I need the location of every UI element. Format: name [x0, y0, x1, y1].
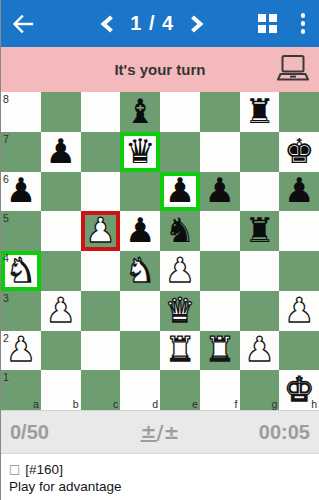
square-e4[interactable]: ♟: [160, 251, 200, 291]
rank-label-1: 1: [3, 372, 9, 383]
rank-label-7: 7: [3, 134, 9, 145]
square-e2[interactable]: ♜: [160, 331, 200, 371]
square-a2[interactable]: 2♟: [1, 331, 41, 371]
square-f8[interactable]: [200, 92, 240, 132]
square-d5[interactable]: ♟: [120, 211, 160, 251]
puzzle-counter: 1 / 4: [130, 12, 174, 35]
file-label-d: d: [152, 399, 158, 410]
next-puzzle-button[interactable]: [187, 12, 207, 36]
chess-board[interactable]: 8♝♜7♟♛♚6♟♟♟♟5♟♟♞♜4♞♞♟3♟♛♟2♟♜♜♟1abcdefgh♚: [1, 92, 319, 410]
eval-symbol-left: ±: [141, 422, 157, 442]
square-e3[interactable]: ♛: [160, 291, 200, 331]
square-e1[interactable]: e: [160, 370, 200, 410]
square-e7[interactable]: [160, 132, 200, 172]
piece-white-pawn[interactable]: ♟: [284, 293, 314, 327]
square-c7[interactable]: [81, 132, 121, 172]
piece-white-queen[interactable]: ♛: [165, 293, 195, 327]
square-e6[interactable]: ♟: [160, 172, 200, 212]
square-c1[interactable]: c: [81, 370, 121, 410]
previous-puzzle-button[interactable]: [97, 12, 117, 36]
puzzle-info: □ [#160] Play for advantage: [1, 454, 319, 496]
square-d6[interactable]: [120, 172, 160, 212]
rank-label-5: 5: [3, 213, 9, 224]
square-g8[interactable]: ♜: [240, 92, 280, 132]
square-f3[interactable]: [200, 291, 240, 331]
piece-white-pawn[interactable]: ♟: [85, 213, 115, 247]
chevron-right-icon: [190, 15, 204, 33]
square-b4[interactable]: [41, 251, 81, 291]
square-c4[interactable]: [81, 251, 121, 291]
grid-view-button[interactable]: [258, 14, 277, 33]
piece-white-pawn[interactable]: ♟: [244, 332, 274, 366]
grid-square: [258, 14, 266, 22]
square-g6[interactable]: [240, 172, 280, 212]
square-h3[interactable]: ♟: [279, 291, 319, 331]
top-app-bar: 1 / 4: [1, 0, 319, 47]
score-counter: 0/50: [10, 421, 49, 444]
piece-black-pawn[interactable]: ♟: [125, 213, 155, 247]
square-e8[interactable]: [160, 92, 200, 132]
piece-white-knight[interactable]: ♞: [6, 253, 36, 287]
file-label-g: g: [271, 399, 277, 410]
square-c6[interactable]: [81, 172, 121, 212]
rank-label-8: 8: [3, 94, 9, 105]
file-label-e: e: [192, 399, 198, 410]
computer-icon: [274, 53, 312, 85]
square-b6[interactable]: [41, 172, 81, 212]
piece-black-rook[interactable]: ♜: [244, 213, 274, 247]
square-h6[interactable]: ♟: [279, 172, 319, 212]
square-d2[interactable]: [120, 331, 160, 371]
piece-black-rook[interactable]: ♜: [244, 94, 274, 128]
piece-black-pawn[interactable]: ♟: [165, 173, 195, 207]
square-c8[interactable]: [81, 92, 121, 132]
square-d3[interactable]: [120, 291, 160, 331]
puzzle-navigation: 1 / 4: [47, 12, 258, 36]
square-f6[interactable]: ♟: [200, 172, 240, 212]
file-label-a: a: [33, 399, 39, 410]
turn-banner: It's your turn: [1, 47, 319, 92]
square-g1[interactable]: g: [240, 370, 280, 410]
topbar-actions: [258, 11, 310, 36]
square-b5[interactable]: [41, 211, 81, 251]
square-g4[interactable]: [240, 251, 280, 291]
square-g3[interactable]: [240, 291, 280, 331]
square-f2[interactable]: ♜: [200, 331, 240, 371]
square-c2[interactable]: [81, 331, 121, 371]
square-d1[interactable]: d: [120, 370, 160, 410]
square-b2[interactable]: [41, 331, 81, 371]
puzzle-goal: Play for advantage: [9, 478, 311, 496]
grid-square: [258, 25, 266, 33]
piece-white-rook[interactable]: ♜: [204, 332, 234, 366]
grid-square: [269, 14, 277, 22]
piece-black-pawn[interactable]: ♟: [45, 134, 75, 168]
piece-white-pawn[interactable]: ♟: [165, 253, 195, 287]
square-a8[interactable]: 8: [1, 92, 41, 132]
square-f7[interactable]: [200, 132, 240, 172]
chess-trainer-app: 1 / 4 It's your turn: [1, 0, 319, 500]
eval-separator: /: [157, 421, 164, 443]
square-c3[interactable]: [81, 291, 121, 331]
square-f1[interactable]: f: [200, 370, 240, 410]
square-c5[interactable]: ♟: [81, 211, 121, 251]
evaluation-goal: ± / ±: [141, 421, 180, 443]
square-h7[interactable]: ♚: [279, 132, 319, 172]
file-label-f: f: [235, 399, 238, 410]
square-h4[interactable]: [279, 251, 319, 291]
status-bar: 0/50 ± / ± 00:05: [1, 410, 319, 454]
piece-white-rook[interactable]: ♜: [165, 332, 195, 366]
piece-white-knight[interactable]: ♞: [125, 253, 155, 287]
square-f4[interactable]: [200, 251, 240, 291]
overflow-menu-button[interactable]: [299, 11, 308, 36]
dot: [301, 13, 306, 18]
square-a1[interactable]: 1a: [1, 370, 41, 410]
piece-black-pawn[interactable]: ♟: [204, 173, 234, 207]
square-g5[interactable]: ♜: [240, 211, 280, 251]
square-d8[interactable]: ♝: [120, 92, 160, 132]
turn-message: It's your turn: [114, 61, 205, 78]
square-a5[interactable]: 5: [1, 211, 41, 251]
piece-black-knight[interactable]: ♞: [165, 213, 195, 247]
square-h8[interactable]: [279, 92, 319, 132]
puzzle-id: [#160]: [25, 461, 63, 478]
square-d7[interactable]: ♛: [120, 132, 160, 172]
dot: [301, 29, 306, 34]
square-a3[interactable]: 3: [1, 291, 41, 331]
piece-black-queen[interactable]: ♛: [125, 134, 155, 168]
grid-square: [269, 25, 277, 33]
square-a4[interactable]: 4♞: [1, 251, 41, 291]
piece-black-pawn[interactable]: ♟: [6, 173, 36, 207]
empty-checkbox-icon: □: [9, 461, 20, 478]
piece-white-pawn[interactable]: ♟: [6, 332, 36, 366]
piece-white-king[interactable]: ♚: [284, 372, 314, 406]
puzzle-id-line: □ [#160]: [9, 461, 311, 478]
square-e5[interactable]: ♞: [160, 211, 200, 251]
square-b3[interactable]: ♟: [41, 291, 81, 331]
dot: [301, 21, 306, 26]
square-a6[interactable]: 6♟: [1, 172, 41, 212]
square-b8[interactable]: [41, 92, 81, 132]
file-label-c: c: [113, 399, 118, 410]
square-b7[interactable]: ♟: [41, 132, 81, 172]
eval-symbol-right: ±: [163, 421, 179, 443]
square-g2[interactable]: ♟: [240, 331, 280, 371]
square-a7[interactable]: 7: [1, 132, 41, 172]
piece-black-king[interactable]: ♚: [284, 134, 314, 168]
piece-black-bishop[interactable]: ♝: [125, 94, 155, 128]
piece-black-pawn[interactable]: ♟: [284, 173, 314, 207]
back-arrow-icon: [11, 13, 34, 35]
file-label-b: b: [73, 399, 79, 410]
back-button[interactable]: [11, 6, 47, 42]
square-d4[interactable]: ♞: [120, 251, 160, 291]
piece-white-pawn[interactable]: ♟: [45, 293, 75, 327]
square-h1[interactable]: h♚: [279, 370, 319, 410]
chevron-left-icon: [100, 15, 114, 33]
square-b1[interactable]: b: [41, 370, 81, 410]
square-g7[interactable]: [240, 132, 280, 172]
square-h5[interactable]: [279, 211, 319, 251]
square-f5[interactable]: [200, 211, 240, 251]
square-h2[interactable]: [279, 331, 319, 371]
timer: 00:05: [259, 421, 310, 444]
rank-label-3: 3: [3, 293, 9, 304]
